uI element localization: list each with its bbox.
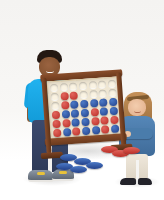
red-disc <box>72 127 81 136</box>
board-panel <box>47 77 123 140</box>
girl-right-shoe <box>138 178 152 185</box>
empty-slot <box>51 101 60 110</box>
empty-slot <box>108 79 117 88</box>
boy-left-shoe <box>28 170 54 182</box>
loose-blue-disc <box>70 166 87 173</box>
slot-r6-c5 <box>91 125 101 135</box>
red-disc <box>101 116 110 125</box>
empty-slot <box>99 89 108 98</box>
boy-left-shoe-lace <box>37 172 45 175</box>
red-disc <box>52 110 61 119</box>
blue-disc <box>61 110 70 119</box>
slot-r6-c2 <box>62 127 72 137</box>
empty-slot <box>98 80 107 89</box>
girl-face <box>128 99 146 116</box>
blue-disc <box>82 126 91 135</box>
red-disc <box>90 107 99 116</box>
boy-right-shoe-lace <box>59 171 67 174</box>
blue-disc <box>81 117 90 126</box>
girl-pants-gap <box>136 160 139 180</box>
empty-slot <box>59 83 68 92</box>
blue-disc <box>99 98 108 107</box>
red-disc <box>61 101 70 110</box>
product-photo-scene <box>0 0 164 200</box>
slot-r6-c3 <box>71 126 81 136</box>
disc-grid <box>48 78 122 139</box>
red-disc <box>101 125 110 134</box>
empty-slot <box>79 81 88 90</box>
red-disc <box>70 91 79 100</box>
slot-r6-c7 <box>110 124 120 134</box>
red-disc <box>62 118 71 127</box>
blue-disc <box>72 118 81 127</box>
empty-slot <box>88 81 97 90</box>
red-disc <box>91 116 100 125</box>
blue-disc <box>111 124 120 133</box>
empty-slot <box>50 92 59 101</box>
girl-left-shoe <box>120 178 136 185</box>
blue-disc <box>90 99 99 108</box>
blue-disc <box>81 108 90 117</box>
blue-disc <box>92 125 101 134</box>
blue-disc <box>62 127 71 136</box>
empty-slot <box>50 83 59 92</box>
blue-disc <box>71 109 80 118</box>
red-disc <box>60 92 69 101</box>
loose-red-disc <box>123 147 140 154</box>
slot-r6-c6 <box>100 124 110 134</box>
girl-smile <box>134 109 141 113</box>
empty-slot <box>89 90 98 99</box>
red-disc <box>52 119 61 128</box>
blue-disc <box>70 100 79 109</box>
blue-disc <box>109 97 118 106</box>
empty-slot <box>108 88 117 97</box>
empty-slot <box>79 90 88 99</box>
empty-slot <box>69 82 78 91</box>
slot-r6-c1 <box>52 128 62 138</box>
blue-disc <box>80 99 89 108</box>
blue-disc <box>100 107 109 116</box>
red-disc <box>110 115 119 124</box>
slot-r6-c4 <box>81 126 91 136</box>
loose-blue-disc <box>86 162 103 169</box>
red-disc <box>53 128 62 137</box>
blue-disc <box>110 106 119 115</box>
